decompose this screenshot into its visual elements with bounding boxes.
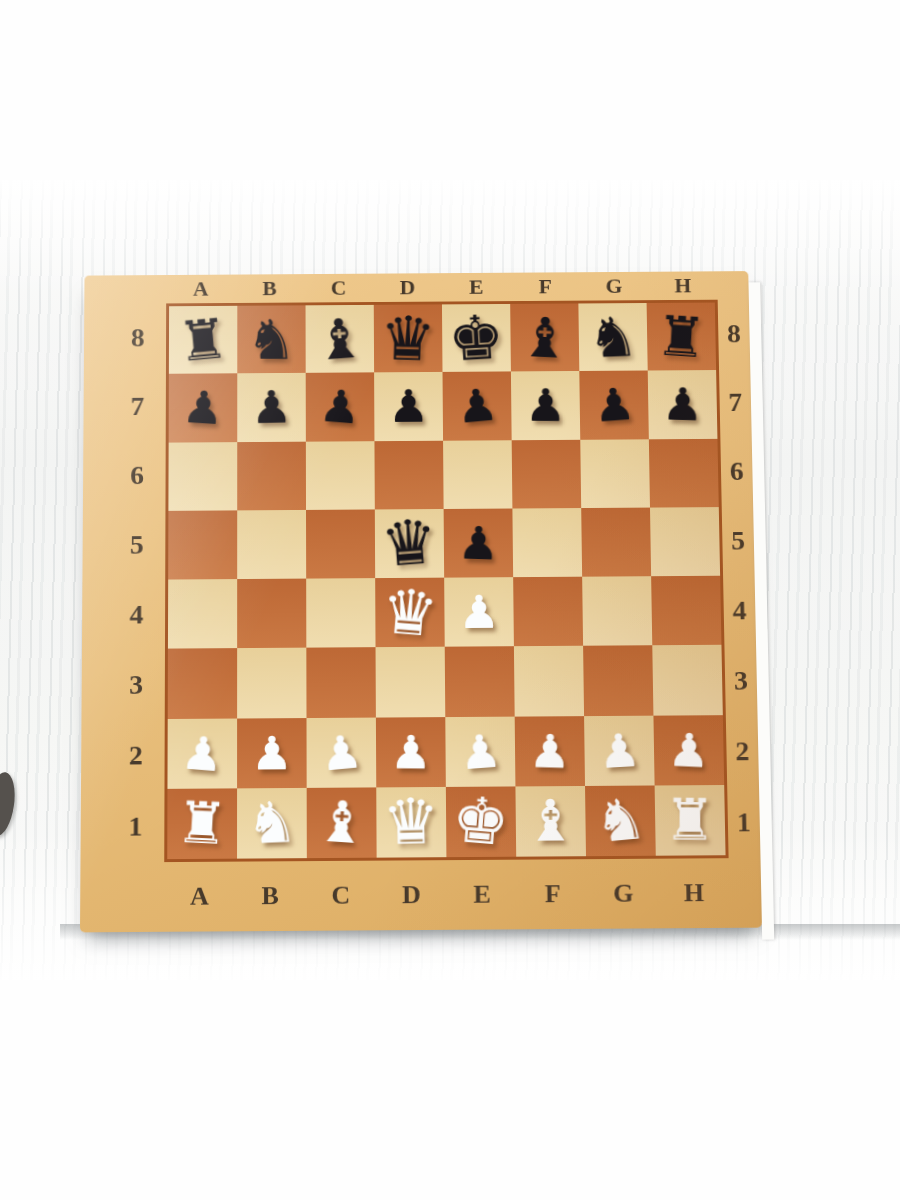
square-h1: ♜ [655, 785, 726, 856]
square-e4: ♟ [444, 577, 514, 647]
black-pawn-d7[interactable]: ♟ [388, 384, 430, 429]
rank-label-8: 8 [727, 319, 741, 349]
square-e3 [445, 646, 515, 716]
black-pawn-h7[interactable]: ♟ [661, 382, 703, 428]
white-pawn-a2[interactable]: ♟ [179, 729, 225, 778]
white-pawn-e4[interactable]: ♟ [458, 589, 500, 635]
square-b6 [237, 441, 306, 510]
white-queen-d4[interactable]: ♛ [379, 579, 441, 646]
square-b7: ♟ [237, 373, 306, 442]
square-h7: ♟ [648, 370, 718, 439]
black-bishop-c8[interactable]: ♝ [312, 310, 367, 369]
square-a8: ♜ [169, 306, 237, 374]
square-e6 [443, 440, 512, 509]
square-d8: ♛ [374, 304, 443, 372]
square-b4 [237, 579, 306, 649]
black-queen-d8[interactable]: ♛ [379, 307, 437, 369]
square-d5: ♛ [375, 509, 444, 578]
rank-label-5: 5 [731, 525, 745, 556]
black-knight-b8[interactable]: ♞ [246, 312, 298, 368]
white-king-e1[interactable]: ♚ [450, 788, 512, 856]
square-g2: ♟ [584, 715, 655, 786]
file-label-e: E [473, 880, 491, 910]
square-h6 [649, 438, 719, 507]
square-d6 [374, 440, 443, 509]
square-h2: ♟ [653, 715, 724, 786]
square-d4: ♛ [375, 578, 445, 648]
square-b2: ♟ [237, 718, 307, 789]
square-g5 [581, 507, 651, 576]
white-pawn-f2[interactable]: ♟ [528, 727, 571, 774]
black-pawn-g7[interactable]: ♟ [592, 381, 637, 429]
black-pawn-a7[interactable]: ♟ [181, 384, 225, 431]
square-e1: ♚ [446, 786, 516, 857]
square-c5 [306, 509, 375, 578]
rank-label-7: 7 [728, 387, 742, 418]
black-pawn-e5[interactable]: ♟ [457, 520, 500, 567]
square-b5 [237, 510, 306, 579]
rank-label-5: 5 [130, 529, 144, 560]
file-label-e: E [469, 275, 484, 300]
square-f6 [512, 439, 582, 508]
square-c2: ♟ [306, 717, 376, 788]
file-label-g: G [613, 879, 634, 909]
square-b1: ♞ [237, 788, 307, 859]
file-label-g: G [606, 274, 623, 299]
rank-label-2: 2 [129, 740, 143, 772]
rank-label-2: 2 [735, 736, 750, 768]
rank-label-3: 3 [734, 665, 748, 696]
white-pawn-b2[interactable]: ♟ [251, 730, 293, 777]
photo-scene: ABCDEFGH 87654321 87654321 ♜♞♝♛♚♝♞♜♟♟♟♟♟… [0, 0, 900, 1200]
square-f5 [512, 508, 582, 577]
file-label-c: C [331, 276, 347, 301]
file-label-h: H [684, 878, 705, 908]
square-f4 [513, 577, 583, 647]
square-g4 [582, 576, 652, 646]
white-pawn-e2[interactable]: ♟ [458, 727, 503, 776]
square-h3 [652, 645, 723, 715]
square-g6 [580, 439, 650, 508]
square-d3 [376, 647, 446, 717]
black-rook-h8[interactable]: ♜ [654, 308, 708, 366]
square-a6 [168, 442, 237, 511]
rank-label-4: 4 [129, 599, 143, 630]
rank-label-4: 4 [732, 595, 746, 626]
black-pawn-b7[interactable]: ♟ [250, 384, 292, 430]
square-e8: ♚ [442, 304, 511, 372]
square-h4 [651, 576, 721, 646]
square-c3 [306, 647, 376, 717]
square-f1: ♝ [515, 786, 586, 857]
chess-board: ♜♞♝♛♚♝♞♜♟♟♟♟♟♟♟♟♛♟♛♟♟♟♟♟♟♟♟♟♜♞♝♛♚♝♞♜ [164, 300, 728, 862]
file-label-a: A [190, 882, 209, 912]
square-a4 [168, 579, 237, 649]
square-e2: ♟ [445, 716, 515, 787]
black-pawn-f7[interactable]: ♟ [525, 383, 566, 428]
square-g3 [583, 645, 653, 715]
square-d2: ♟ [376, 717, 446, 788]
square-a5 [168, 510, 237, 579]
file-label-h: H [674, 273, 691, 298]
square-f2: ♟ [515, 716, 585, 787]
square-e7: ♟ [443, 372, 512, 441]
square-g8: ♞ [578, 303, 647, 371]
square-f3 [514, 646, 584, 716]
black-pawn-c7[interactable]: ♟ [318, 383, 363, 431]
rank-label-6: 6 [730, 456, 744, 487]
square-b8: ♞ [237, 305, 305, 373]
square-a1: ♜ [167, 788, 237, 859]
white-rook-a1[interactable]: ♜ [175, 794, 230, 854]
white-pawn-d2[interactable]: ♟ [390, 729, 432, 776]
black-king-e8[interactable]: ♚ [447, 306, 507, 370]
square-c1: ♝ [307, 787, 377, 858]
file-label-b: B [261, 881, 278, 911]
square-e5: ♟ [444, 508, 514, 577]
white-bishop-f1[interactable]: ♝ [524, 792, 576, 850]
square-h5 [650, 507, 720, 576]
chessboard-mat: ABCDEFGH 87654321 87654321 ♜♞♝♛♚♝♞♜♟♟♟♟♟… [80, 271, 762, 932]
square-b3 [237, 648, 306, 718]
white-pawn-c2[interactable]: ♟ [318, 727, 364, 777]
white-rook-h1[interactable]: ♜ [664, 791, 716, 849]
file-label-f: F [545, 879, 561, 909]
square-a7: ♟ [169, 374, 238, 443]
white-pawn-g2[interactable]: ♟ [597, 726, 642, 775]
white-bishop-c1[interactable]: ♝ [314, 792, 369, 853]
file-labels-bottom: ABCDEFGH [164, 858, 730, 932]
white-knight-g1[interactable]: ♞ [592, 790, 649, 852]
file-label-f: F [538, 274, 551, 299]
square-c6 [306, 441, 375, 510]
black-bishop-f8[interactable]: ♝ [518, 309, 571, 366]
rank-labels-left: 87654321 [80, 303, 166, 862]
black-pawn-e7[interactable]: ♟ [454, 382, 499, 431]
square-g1: ♞ [585, 785, 656, 856]
square-c4 [306, 578, 375, 648]
file-labels-top: ABCDEFGH [166, 271, 717, 303]
black-knight-g8[interactable]: ♞ [586, 309, 639, 366]
rank-label-8: 8 [131, 323, 145, 354]
square-c7: ♟ [306, 373, 375, 442]
white-pawn-h2[interactable]: ♟ [667, 726, 710, 774]
file-label-b: B [262, 276, 276, 301]
black-rook-a8[interactable]: ♜ [175, 310, 230, 370]
square-a2: ♟ [167, 718, 237, 789]
black-queen-d5[interactable]: ♛ [379, 510, 440, 576]
square-f8: ♝ [510, 303, 579, 371]
square-d1: ♛ [376, 787, 446, 858]
file-label-c: C [331, 881, 350, 911]
white-queen-d1[interactable]: ♛ [382, 790, 441, 855]
square-d7: ♟ [374, 372, 443, 441]
square-c8: ♝ [306, 305, 375, 373]
file-label-a: A [193, 277, 209, 302]
square-f7: ♟ [511, 371, 580, 440]
rank-label-7: 7 [131, 391, 145, 422]
square-h8: ♜ [647, 303, 717, 371]
rank-label-1: 1 [737, 807, 752, 839]
rank-label-6: 6 [130, 460, 144, 491]
square-g7: ♟ [579, 371, 649, 440]
rank-label-3: 3 [129, 669, 143, 700]
white-knight-b1[interactable]: ♞ [245, 793, 299, 852]
file-label-d: D [400, 275, 416, 300]
file-label-d: D [402, 880, 421, 910]
square-a3 [168, 648, 237, 718]
rank-label-1: 1 [128, 811, 142, 843]
